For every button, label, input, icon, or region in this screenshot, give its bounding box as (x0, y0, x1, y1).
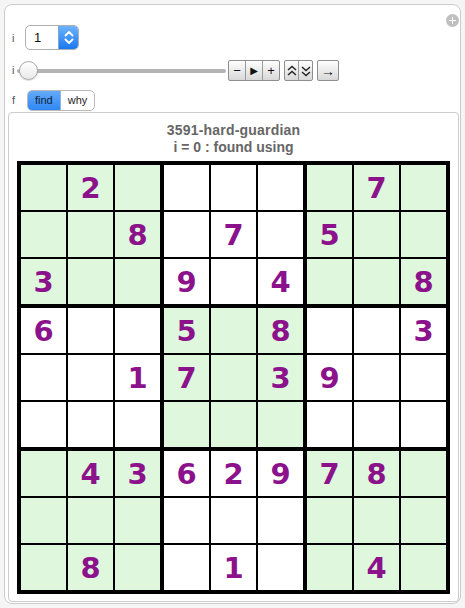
sudoku-cell-r8c7 (307, 498, 352, 543)
sudoku-cell-r1c2: 2 (68, 165, 113, 210)
sudoku-cell-r7c2: 4 (68, 451, 113, 496)
sudoku-grid: 283794758615873394386291784 (17, 161, 450, 594)
sudoku-cell-r3c7 (307, 259, 352, 304)
sudoku-cell-r7c5: 2 (211, 451, 256, 496)
chevron-up-icon[interactable] (64, 31, 74, 37)
stepper-label: i (12, 32, 14, 44)
mode-toggle: find why (27, 90, 95, 111)
sudoku-cell-r5c2 (68, 355, 113, 400)
sudoku-cell-r2c9 (401, 212, 446, 257)
sudoku-block-2-3: 39 (307, 308, 446, 447)
sudoku-cell-r5c5 (211, 355, 256, 400)
sudoku-cell-r4c2 (68, 308, 113, 353)
sudoku-cell-r3c5 (211, 259, 256, 304)
sudoku-block-1-2: 794 (164, 165, 303, 304)
sudoku-block-3-1: 438 (21, 451, 160, 590)
slower-button[interactable] (299, 61, 312, 80)
sudoku-cell-r6c5 (211, 402, 256, 447)
sudoku-cell-r2c8 (354, 212, 399, 257)
sudoku-cell-r9c8: 4 (354, 545, 399, 590)
sudoku-cell-r5c6: 3 (258, 355, 303, 400)
sudoku-block-2-2: 5873 (164, 308, 303, 447)
sudoku-cell-r6c6 (258, 402, 303, 447)
status-line: i = 0 : found using (9, 139, 458, 155)
sudoku-cell-r9c7 (307, 545, 352, 590)
toggle-label: f (12, 94, 15, 106)
sudoku-cell-r9c1 (21, 545, 66, 590)
sudoku-cell-r7c4: 6 (164, 451, 209, 496)
slider-label: i (12, 64, 14, 76)
sudoku-cell-r7c9 (401, 451, 446, 496)
sudoku-cell-r3c9: 8 (401, 259, 446, 304)
play-button[interactable]: ▶ (246, 61, 263, 80)
sudoku-cell-r2c7: 5 (307, 212, 352, 257)
sudoku-cell-r7c7: 7 (307, 451, 352, 496)
slider-thumb[interactable] (19, 61, 38, 80)
sudoku-cell-r4c6: 8 (258, 308, 303, 353)
sudoku-cell-r8c1 (21, 498, 66, 543)
sudoku-cell-r1c3 (115, 165, 160, 210)
sudoku-cell-r5c4: 7 (164, 355, 209, 400)
sudoku-cell-r6c4 (164, 402, 209, 447)
speed-button-group (284, 60, 313, 81)
double-chevron-down-icon (301, 65, 311, 77)
sudoku-cell-r1c6 (258, 165, 303, 210)
sudoku-cell-r9c5: 1 (211, 545, 256, 590)
sudoku-cell-r1c1 (21, 165, 66, 210)
sudoku-cell-r2c6 (258, 212, 303, 257)
sudoku-cell-r8c4 (164, 498, 209, 543)
sudoku-cell-r6c2 (68, 402, 113, 447)
sudoku-cell-r8c9 (401, 498, 446, 543)
sudoku-cell-r8c3 (115, 498, 160, 543)
sudoku-cell-r6c9 (401, 402, 446, 447)
sudoku-cell-r5c8 (354, 355, 399, 400)
sudoku-cell-r9c6 (258, 545, 303, 590)
sudoku-cell-r8c8 (354, 498, 399, 543)
sudoku-cell-r2c2 (68, 212, 113, 257)
page: { "game": "sudoku", "position": ".2.....… (0, 0, 465, 608)
sudoku-block-3-3: 784 (307, 451, 446, 590)
sudoku-cell-r7c6: 9 (258, 451, 303, 496)
stepper-buttons[interactable] (58, 26, 78, 49)
sudoku-cell-r2c5: 7 (211, 212, 256, 257)
toggle-option-why[interactable]: why (61, 91, 95, 110)
sudoku-cell-r7c1 (21, 451, 66, 496)
sudoku-cell-r4c7 (307, 308, 352, 353)
step-back-button[interactable]: − (229, 61, 246, 80)
sudoku-cell-r8c2 (68, 498, 113, 543)
sudoku-cell-r9c2: 8 (68, 545, 113, 590)
sudoku-cell-r5c3: 1 (115, 355, 160, 400)
sudoku-cell-r2c3: 8 (115, 212, 160, 257)
sudoku-cell-r8c5 (211, 498, 256, 543)
sudoku-cell-r6c3 (115, 402, 160, 447)
toggle-option-find[interactable]: find (28, 91, 61, 110)
sudoku-cell-r3c3 (115, 259, 160, 304)
sudoku-cell-r5c9 (401, 355, 446, 400)
sudoku-cell-r4c4: 5 (164, 308, 209, 353)
sudoku-cell-r3c4: 9 (164, 259, 209, 304)
sudoku-cell-r6c1 (21, 402, 66, 447)
faster-button[interactable] (285, 61, 299, 80)
stepper-value[interactable]: 1 (26, 26, 58, 49)
playback-button-group: − ▶ + (228, 60, 280, 81)
sudoku-cell-r4c3 (115, 308, 160, 353)
direction-button[interactable]: → (318, 61, 338, 80)
sudoku-cell-r6c7 (307, 402, 352, 447)
sudoku-cell-r4c5 (211, 308, 256, 353)
slider-track[interactable] (17, 69, 226, 73)
sudoku-cell-r9c3 (115, 545, 160, 590)
sudoku-cell-r7c8: 8 (354, 451, 399, 496)
direction-button-group: → (317, 60, 339, 81)
sudoku-block-1-3: 758 (307, 165, 446, 304)
sudoku-cell-r5c1 (21, 355, 66, 400)
sudoku-cell-r5c7: 9 (307, 355, 352, 400)
sudoku-cell-r1c8: 7 (354, 165, 399, 210)
sudoku-cell-r6c8 (354, 402, 399, 447)
expand-plus-icon[interactable] (446, 14, 459, 27)
sudoku-cell-r7c3: 3 (115, 451, 160, 496)
sudoku-cell-r9c9 (401, 545, 446, 590)
step-forward-button[interactable]: + (263, 61, 279, 80)
sudoku-cell-r2c4 (164, 212, 209, 257)
sudoku-block-2-1: 61 (21, 308, 160, 447)
index-stepper[interactable]: 1 (25, 25, 79, 50)
display-panel: 3591-hard-guardian i = 0 : found using 2… (8, 112, 459, 602)
sudoku-cell-r1c5 (211, 165, 256, 210)
sudoku-cell-r4c9: 3 (401, 308, 446, 353)
sudoku-cell-r3c1: 3 (21, 259, 66, 304)
sudoku-cell-r2c1 (21, 212, 66, 257)
sudoku-cell-r3c2 (68, 259, 113, 304)
sudoku-block-1-1: 283 (21, 165, 160, 304)
puzzle-title: 3591-hard-guardian (9, 122, 458, 138)
sudoku-cell-r3c6: 4 (258, 259, 303, 304)
sudoku-cell-r9c4 (164, 545, 209, 590)
sudoku-block-3-2: 6291 (164, 451, 303, 590)
sudoku-cell-r8c6 (258, 498, 303, 543)
sudoku-cell-r4c8 (354, 308, 399, 353)
manipulate-frame: i 1 i − ▶ + (4, 4, 461, 604)
sudoku-cell-r3c8 (354, 259, 399, 304)
sudoku-cell-r1c9 (401, 165, 446, 210)
chevron-down-icon[interactable] (64, 38, 74, 44)
sudoku-cell-r1c7 (307, 165, 352, 210)
double-chevron-up-icon (287, 65, 297, 77)
sudoku-cell-r1c4 (164, 165, 209, 210)
sudoku-cell-r4c1: 6 (21, 308, 66, 353)
